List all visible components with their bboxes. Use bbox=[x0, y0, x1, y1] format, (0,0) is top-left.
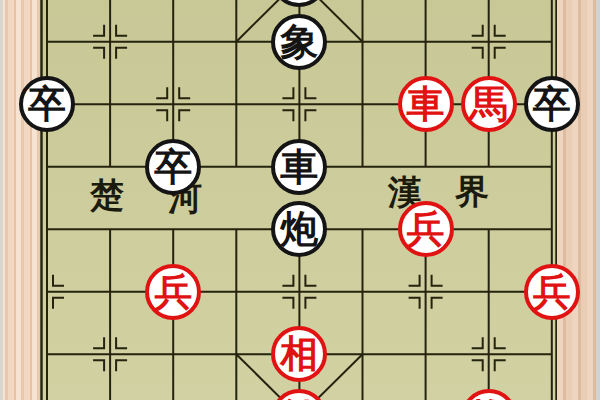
xiangqi-screenshot: 楚 河 漢 界 將象卒車馬卒卒車炮兵兵兵相帥炮 bbox=[0, 0, 600, 400]
piece-red-車[interactable]: 車 bbox=[398, 76, 454, 132]
piece-glyph: 相 bbox=[280, 335, 318, 373]
piece-glyph: 卒 bbox=[533, 85, 571, 123]
piece-glyph: 卒 bbox=[28, 85, 66, 123]
piece-black-卒[interactable]: 卒 bbox=[145, 139, 201, 195]
piece-red-相[interactable]: 相 bbox=[271, 326, 327, 382]
piece-red-馬[interactable]: 馬 bbox=[461, 76, 517, 132]
piece-glyph: 兵 bbox=[154, 273, 192, 311]
piece-glyph: 炮 bbox=[280, 210, 318, 248]
piece-glyph: 象 bbox=[280, 23, 318, 61]
piece-black-將[interactable]: 將 bbox=[271, 0, 327, 7]
piece-black-卒[interactable]: 卒 bbox=[524, 76, 580, 132]
piece-red-兵[interactable]: 兵 bbox=[398, 201, 454, 257]
piece-black-卒[interactable]: 卒 bbox=[19, 76, 75, 132]
xiangqi-board[interactable]: 將象卒車馬卒卒車炮兵兵兵相帥炮 bbox=[15, 0, 583, 400]
piece-glyph: 兵 bbox=[533, 273, 571, 311]
piece-black-象[interactable]: 象 bbox=[271, 14, 327, 70]
piece-black-車[interactable]: 車 bbox=[271, 139, 327, 195]
piece-black-炮[interactable]: 炮 bbox=[271, 201, 327, 257]
piece-red-炮[interactable]: 炮 bbox=[461, 389, 517, 400]
piece-red-兵[interactable]: 兵 bbox=[145, 264, 201, 320]
piece-red-帥[interactable]: 帥 bbox=[271, 389, 327, 400]
piece-glyph: 車 bbox=[407, 85, 445, 123]
piece-glyph: 車 bbox=[280, 148, 318, 186]
piece-red-兵[interactable]: 兵 bbox=[524, 264, 580, 320]
piece-glyph: 卒 bbox=[154, 148, 192, 186]
piece-glyph: 馬 bbox=[470, 85, 508, 123]
piece-glyph: 兵 bbox=[407, 210, 445, 248]
